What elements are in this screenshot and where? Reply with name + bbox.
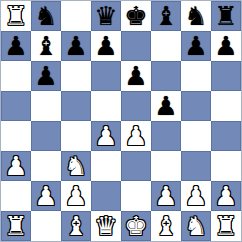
square-f5[interactable]: ♟ <box>151 91 181 121</box>
piece-black-pawn-c7[interactable]: ♟ <box>64 31 87 61</box>
square-h7[interactable]: ♟ <box>211 31 241 61</box>
square-g4[interactable] <box>181 121 211 151</box>
square-a6[interactable] <box>1 61 31 91</box>
square-g1[interactable]: ♞ <box>181 211 211 241</box>
square-h5[interactable] <box>211 91 241 121</box>
piece-black-queen-d8[interactable]: ♛ <box>94 1 117 31</box>
piece-black-pawn-h7[interactable]: ♟ <box>214 31 237 61</box>
square-h1[interactable]: ♜ <box>211 211 241 241</box>
piece-white-rook-a1[interactable]: ♜ <box>4 211 27 241</box>
square-g3[interactable] <box>181 151 211 181</box>
square-b6[interactable]: ♟ <box>31 61 61 91</box>
square-e2[interactable] <box>121 181 151 211</box>
piece-white-pawn-a3[interactable]: ♟ <box>4 151 27 181</box>
piece-black-pawn-d7[interactable]: ♟ <box>94 31 117 61</box>
square-c3[interactable]: ♞ <box>61 151 91 181</box>
square-b7[interactable]: ♝ <box>31 31 61 61</box>
square-c7[interactable]: ♟ <box>61 31 91 61</box>
square-a4[interactable] <box>1 121 31 151</box>
piece-white-pawn-c2[interactable]: ♟ <box>64 181 87 211</box>
chess-board-frame: ♜♞♛♚♝♞♜♟♝♟♟♟♟♟♟♟♟♟♟♞♟♟♟♟♟♜♝♛♚♝♞♜ <box>0 0 242 242</box>
piece-white-pawn-b2[interactable]: ♟ <box>34 181 57 211</box>
square-d2[interactable] <box>91 181 121 211</box>
square-a1[interactable]: ♜ <box>1 211 31 241</box>
piece-black-pawn-a7[interactable]: ♟ <box>4 31 27 61</box>
square-c5[interactable] <box>61 91 91 121</box>
piece-white-pawn-d4[interactable]: ♟ <box>94 121 117 151</box>
square-b3[interactable] <box>31 151 61 181</box>
piece-black-king-e8[interactable]: ♚ <box>124 1 147 31</box>
piece-white-bishop-c1[interactable]: ♝ <box>64 211 87 241</box>
square-c1[interactable]: ♝ <box>61 211 91 241</box>
square-h6[interactable] <box>211 61 241 91</box>
square-e8[interactable]: ♚ <box>121 1 151 31</box>
square-a8[interactable]: ♜ <box>1 1 31 31</box>
piece-white-knight-g1[interactable]: ♞ <box>184 211 207 241</box>
square-b1[interactable] <box>31 211 61 241</box>
square-d8[interactable]: ♛ <box>91 1 121 31</box>
piece-white-pawn-e4[interactable]: ♟ <box>124 121 147 151</box>
square-f3[interactable] <box>151 151 181 181</box>
square-d7[interactable]: ♟ <box>91 31 121 61</box>
square-d1[interactable]: ♛ <box>91 211 121 241</box>
square-f6[interactable] <box>151 61 181 91</box>
piece-white-rook-a8[interactable]: ♜ <box>4 1 27 31</box>
square-d3[interactable] <box>91 151 121 181</box>
square-a5[interactable] <box>1 91 31 121</box>
square-b5[interactable] <box>31 91 61 121</box>
square-e3[interactable] <box>121 151 151 181</box>
square-d6[interactable] <box>91 61 121 91</box>
piece-black-knight-g8[interactable]: ♞ <box>184 1 207 31</box>
square-c2[interactable]: ♟ <box>61 181 91 211</box>
square-g6[interactable] <box>181 61 211 91</box>
piece-white-pawn-f2[interactable]: ♟ <box>154 181 177 211</box>
piece-white-queen-d1[interactable]: ♛ <box>94 211 117 241</box>
piece-white-knight-c3[interactable]: ♞ <box>64 151 87 181</box>
square-h8[interactable]: ♜ <box>211 1 241 31</box>
square-h3[interactable] <box>211 151 241 181</box>
square-h4[interactable] <box>211 121 241 151</box>
piece-black-bishop-f8[interactable]: ♝ <box>154 1 177 31</box>
square-f1[interactable]: ♝ <box>151 211 181 241</box>
square-d5[interactable] <box>91 91 121 121</box>
square-d4[interactable]: ♟ <box>91 121 121 151</box>
piece-white-pawn-h2[interactable]: ♟ <box>214 181 237 211</box>
square-c4[interactable] <box>61 121 91 151</box>
piece-black-knight-b8[interactable]: ♞ <box>34 1 57 31</box>
square-g7[interactable]: ♟ <box>181 31 211 61</box>
piece-black-bishop-b7[interactable]: ♝ <box>34 31 57 61</box>
piece-black-pawn-b6[interactable]: ♟ <box>34 61 57 91</box>
piece-white-pawn-g2[interactable]: ♟ <box>184 181 207 211</box>
square-g5[interactable] <box>181 91 211 121</box>
square-g2[interactable]: ♟ <box>181 181 211 211</box>
square-c8[interactable] <box>61 1 91 31</box>
piece-black-pawn-f5[interactable]: ♟ <box>154 91 177 121</box>
square-a7[interactable]: ♟ <box>1 31 31 61</box>
square-e1[interactable]: ♚ <box>121 211 151 241</box>
square-e5[interactable] <box>121 91 151 121</box>
square-a3[interactable]: ♟ <box>1 151 31 181</box>
piece-white-rook-h1[interactable]: ♜ <box>214 211 237 241</box>
piece-black-rook-h8[interactable]: ♜ <box>214 1 237 31</box>
piece-black-pawn-g7[interactable]: ♟ <box>184 31 207 61</box>
square-f8[interactable]: ♝ <box>151 1 181 31</box>
square-a2[interactable] <box>1 181 31 211</box>
square-b8[interactable]: ♞ <box>31 1 61 31</box>
square-f4[interactable] <box>151 121 181 151</box>
square-h2[interactable]: ♟ <box>211 181 241 211</box>
square-c6[interactable] <box>61 61 91 91</box>
square-e7[interactable] <box>121 31 151 61</box>
square-f7[interactable] <box>151 31 181 61</box>
square-b4[interactable] <box>31 121 61 151</box>
square-e4[interactable]: ♟ <box>121 121 151 151</box>
piece-white-king-e1[interactable]: ♚ <box>124 211 147 241</box>
square-e6[interactable]: ♟ <box>121 61 151 91</box>
square-g8[interactable]: ♞ <box>181 1 211 31</box>
square-f2[interactable]: ♟ <box>151 181 181 211</box>
square-b2[interactable]: ♟ <box>31 181 61 211</box>
chess-board: ♜♞♛♚♝♞♜♟♝♟♟♟♟♟♟♟♟♟♟♞♟♟♟♟♟♜♝♛♚♝♞♜ <box>1 1 241 241</box>
piece-black-pawn-e6[interactable]: ♟ <box>124 61 147 91</box>
piece-white-bishop-f1[interactable]: ♝ <box>154 211 177 241</box>
